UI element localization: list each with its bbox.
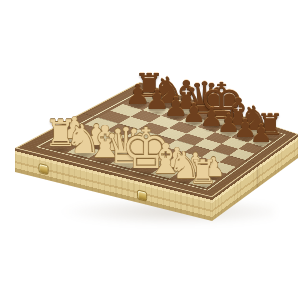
piece-white-rook-h1: ♜ xyxy=(188,156,217,189)
chess-set-photo: ♜♞♝♛♚♝♞♜♟♟♟♟♟♟♟♟♟♟♟♟♟♟♟♟♜♞♝♛♚♝♞♜ xyxy=(0,0,300,300)
piece-black-pawn-h7: ♟ xyxy=(250,122,272,147)
pieces-layer: ♜♞♝♛♚♝♞♜♟♟♟♟♟♟♟♟♟♟♟♟♟♟♟♟♜♞♝♛♚♝♞♜ xyxy=(0,0,300,300)
